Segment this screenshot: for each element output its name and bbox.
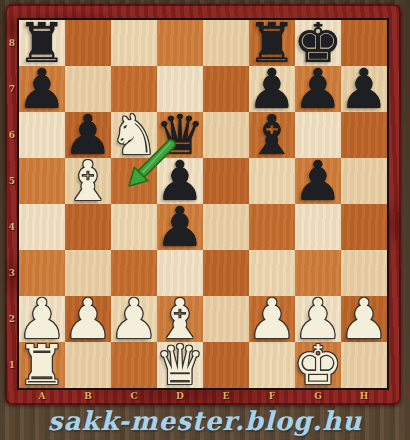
rank-label-7: 7	[5, 66, 19, 112]
white-bishop: ♝	[157, 296, 203, 342]
white-pawn: ♟	[19, 296, 65, 342]
white-rook: ♜	[19, 342, 65, 388]
square-d7[interactable]	[157, 66, 203, 112]
square-f6[interactable]: ♝	[249, 112, 295, 158]
chess-diagram: 87654321 ♜♜♚♟♟♟♟♟♞♛♝♝♟♟♟♟♟♟♝♟♟♟♜♛♚ ABCDE…	[0, 0, 410, 440]
square-h2[interactable]: ♟	[341, 296, 387, 342]
square-h4[interactable]	[341, 204, 387, 250]
square-a7[interactable]: ♟	[19, 66, 65, 112]
white-king: ♚	[295, 342, 341, 388]
white-pawn: ♟	[111, 296, 157, 342]
square-a1[interactable]: ♜	[19, 342, 65, 388]
square-a3[interactable]	[19, 250, 65, 296]
rank-label-4: 4	[5, 204, 19, 250]
square-c4[interactable]	[111, 204, 157, 250]
square-e4[interactable]	[203, 204, 249, 250]
black-pawn: ♟	[295, 66, 341, 112]
square-f8[interactable]: ♜	[249, 20, 295, 66]
square-h1[interactable]	[341, 342, 387, 388]
rank-label-8: 8	[5, 20, 19, 66]
square-h7[interactable]: ♟	[341, 66, 387, 112]
white-pawn: ♟	[65, 296, 111, 342]
square-a5[interactable]	[19, 158, 65, 204]
square-a2[interactable]: ♟	[19, 296, 65, 342]
square-b5[interactable]: ♝	[65, 158, 111, 204]
chess-board: ♜♜♚♟♟♟♟♟♞♛♝♝♟♟♟♟♟♟♝♟♟♟♜♛♚	[19, 20, 387, 388]
board-frame: 87654321 ♜♜♚♟♟♟♟♟♞♛♝♝♟♟♟♟♟♟♝♟♟♟♜♛♚ ABCDE…	[5, 4, 401, 405]
black-pawn: ♟	[19, 66, 65, 112]
square-b8[interactable]	[65, 20, 111, 66]
white-bishop: ♝	[65, 158, 111, 204]
square-h6[interactable]	[341, 112, 387, 158]
white-queen: ♛	[157, 342, 203, 388]
square-d1[interactable]: ♛	[157, 342, 203, 388]
square-b7[interactable]	[65, 66, 111, 112]
square-g8[interactable]: ♚	[295, 20, 341, 66]
square-b2[interactable]: ♟	[65, 296, 111, 342]
rank-labels: 87654321	[5, 20, 19, 388]
square-c5[interactable]	[111, 158, 157, 204]
square-d3[interactable]	[157, 250, 203, 296]
square-f2[interactable]: ♟	[249, 296, 295, 342]
square-c2[interactable]: ♟	[111, 296, 157, 342]
square-b3[interactable]	[65, 250, 111, 296]
black-rook: ♜	[19, 20, 65, 66]
rank-label-2: 2	[5, 296, 19, 342]
rank-label-5: 5	[5, 158, 19, 204]
black-pawn: ♟	[157, 158, 203, 204]
square-b4[interactable]	[65, 204, 111, 250]
white-pawn: ♟	[249, 296, 295, 342]
square-d4[interactable]: ♟	[157, 204, 203, 250]
square-d2[interactable]: ♝	[157, 296, 203, 342]
square-b6[interactable]: ♟	[65, 112, 111, 158]
watermark-text: sakk-mester.blog.hu	[0, 401, 410, 440]
black-pawn: ♟	[65, 112, 111, 158]
black-bishop: ♝	[249, 112, 295, 158]
square-d6[interactable]: ♛	[157, 112, 203, 158]
black-pawn: ♟	[157, 204, 203, 250]
square-f3[interactable]	[249, 250, 295, 296]
square-c1[interactable]	[111, 342, 157, 388]
square-h3[interactable]	[341, 250, 387, 296]
black-king: ♚	[295, 20, 341, 66]
square-c3[interactable]	[111, 250, 157, 296]
square-d8[interactable]	[157, 20, 203, 66]
square-f7[interactable]: ♟	[249, 66, 295, 112]
square-g1[interactable]: ♚	[295, 342, 341, 388]
square-h8[interactable]	[341, 20, 387, 66]
square-g3[interactable]	[295, 250, 341, 296]
square-e8[interactable]	[203, 20, 249, 66]
black-pawn: ♟	[341, 66, 387, 112]
square-e7[interactable]	[203, 66, 249, 112]
black-pawn: ♟	[249, 66, 295, 112]
square-e6[interactable]	[203, 112, 249, 158]
black-rook: ♜	[249, 20, 295, 66]
black-pawn: ♟	[295, 158, 341, 204]
white-pawn: ♟	[295, 296, 341, 342]
square-g5[interactable]: ♟	[295, 158, 341, 204]
square-f1[interactable]	[249, 342, 295, 388]
square-b1[interactable]	[65, 342, 111, 388]
square-f5[interactable]	[249, 158, 295, 204]
rank-label-1: 1	[5, 342, 19, 388]
square-c7[interactable]	[111, 66, 157, 112]
square-e1[interactable]	[203, 342, 249, 388]
square-h5[interactable]	[341, 158, 387, 204]
square-d5[interactable]: ♟	[157, 158, 203, 204]
rank-label-6: 6	[5, 112, 19, 158]
square-c6[interactable]: ♞	[111, 112, 157, 158]
square-g7[interactable]: ♟	[295, 66, 341, 112]
rank-label-3: 3	[5, 250, 19, 296]
square-g2[interactable]: ♟	[295, 296, 341, 342]
square-a8[interactable]: ♜	[19, 20, 65, 66]
black-queen: ♛	[157, 112, 203, 158]
square-g6[interactable]	[295, 112, 341, 158]
white-knight: ♞	[111, 112, 157, 158]
square-c8[interactable]	[111, 20, 157, 66]
white-pawn: ♟	[341, 296, 387, 342]
square-a6[interactable]	[19, 112, 65, 158]
square-e5[interactable]	[203, 158, 249, 204]
square-a4[interactable]	[19, 204, 65, 250]
square-f4[interactable]	[249, 204, 295, 250]
square-g4[interactable]	[295, 204, 341, 250]
square-e2[interactable]	[203, 296, 249, 342]
square-e3[interactable]	[203, 250, 249, 296]
